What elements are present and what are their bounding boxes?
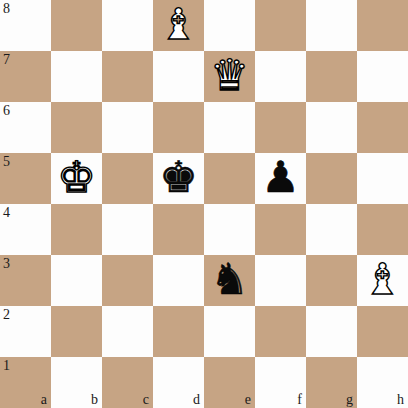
rank-label-5: 5 <box>3 155 10 169</box>
square-f3[interactable] <box>255 255 306 306</box>
square-e5[interactable] <box>204 153 255 204</box>
square-f2[interactable] <box>255 306 306 357</box>
square-d4[interactable] <box>153 204 204 255</box>
square-e8[interactable] <box>204 0 255 51</box>
square-b8[interactable] <box>51 0 102 51</box>
piece-white-bishop[interactable]: ♝ <box>363 254 402 305</box>
rank-label-7: 7 <box>3 53 10 67</box>
rank-label-4: 4 <box>3 206 10 220</box>
square-g7[interactable] <box>306 51 357 102</box>
square-f1[interactable]: f <box>255 357 306 408</box>
square-b2[interactable] <box>51 306 102 357</box>
file-label-b: b <box>91 393 98 407</box>
rank-label-1: 1 <box>3 359 10 373</box>
square-b1[interactable]: b <box>51 357 102 408</box>
square-h4[interactable] <box>357 204 408 255</box>
square-a4[interactable]: 4 <box>0 204 51 255</box>
square-d2[interactable] <box>153 306 204 357</box>
square-a5[interactable]: 5 <box>0 153 51 204</box>
square-c7[interactable] <box>102 51 153 102</box>
file-label-d: d <box>193 393 200 407</box>
square-d8[interactable]: ♝ <box>153 0 204 51</box>
square-a6[interactable]: 6 <box>0 102 51 153</box>
square-h1[interactable]: h <box>357 357 408 408</box>
square-e3[interactable]: ♞ <box>204 255 255 306</box>
square-a2[interactable]: 2 <box>0 306 51 357</box>
square-h6[interactable] <box>357 102 408 153</box>
square-c4[interactable] <box>102 204 153 255</box>
rank-label-6: 6 <box>3 104 10 118</box>
square-h7[interactable] <box>357 51 408 102</box>
square-c2[interactable] <box>102 306 153 357</box>
square-e1[interactable]: e <box>204 357 255 408</box>
square-c3[interactable] <box>102 255 153 306</box>
square-c8[interactable] <box>102 0 153 51</box>
square-b5[interactable]: ♚ <box>51 153 102 204</box>
square-e4[interactable] <box>204 204 255 255</box>
square-c6[interactable] <box>102 102 153 153</box>
square-h3[interactable]: ♝ <box>357 255 408 306</box>
square-f7[interactable] <box>255 51 306 102</box>
file-label-c: c <box>143 393 149 407</box>
square-g6[interactable] <box>306 102 357 153</box>
square-g2[interactable] <box>306 306 357 357</box>
square-f5[interactable]: ♟ <box>255 153 306 204</box>
square-g8[interactable] <box>306 0 357 51</box>
piece-black-pawn[interactable]: ♟ <box>261 152 300 203</box>
square-b3[interactable] <box>51 255 102 306</box>
piece-white-queen[interactable]: ♛ <box>210 50 249 101</box>
square-g5[interactable] <box>306 153 357 204</box>
file-label-f: f <box>297 393 302 407</box>
piece-black-knight[interactable]: ♞ <box>210 254 249 305</box>
square-b7[interactable] <box>51 51 102 102</box>
square-g4[interactable] <box>306 204 357 255</box>
square-g3[interactable] <box>306 255 357 306</box>
square-d1[interactable]: d <box>153 357 204 408</box>
square-f4[interactable] <box>255 204 306 255</box>
square-h8[interactable] <box>357 0 408 51</box>
piece-white-bishop[interactable]: ♝ <box>159 0 198 50</box>
square-e7[interactable]: ♛ <box>204 51 255 102</box>
square-d3[interactable] <box>153 255 204 306</box>
square-a7[interactable]: 7 <box>0 51 51 102</box>
rank-label-8: 8 <box>3 2 10 16</box>
square-b4[interactable] <box>51 204 102 255</box>
square-c5[interactable] <box>102 153 153 204</box>
file-label-a: a <box>41 393 47 407</box>
square-g1[interactable]: g <box>306 357 357 408</box>
rank-label-3: 3 <box>3 257 10 271</box>
square-d6[interactable] <box>153 102 204 153</box>
square-a8[interactable]: 8 <box>0 0 51 51</box>
square-b6[interactable] <box>51 102 102 153</box>
piece-white-king[interactable]: ♚ <box>57 152 96 203</box>
rank-label-2: 2 <box>3 308 10 322</box>
piece-black-king[interactable]: ♚ <box>159 152 198 203</box>
file-label-h: h <box>397 393 404 407</box>
square-d7[interactable] <box>153 51 204 102</box>
square-h2[interactable] <box>357 306 408 357</box>
chess-board: 8♝7♛65♚♚♟43♞♝21abcdefgh <box>0 0 408 408</box>
square-a1[interactable]: 1a <box>0 357 51 408</box>
square-e6[interactable] <box>204 102 255 153</box>
file-label-e: e <box>245 393 251 407</box>
file-label-g: g <box>346 393 353 407</box>
square-h5[interactable] <box>357 153 408 204</box>
square-a3[interactable]: 3 <box>0 255 51 306</box>
square-d5[interactable]: ♚ <box>153 153 204 204</box>
square-c1[interactable]: c <box>102 357 153 408</box>
square-f6[interactable] <box>255 102 306 153</box>
square-e2[interactable] <box>204 306 255 357</box>
square-f8[interactable] <box>255 0 306 51</box>
